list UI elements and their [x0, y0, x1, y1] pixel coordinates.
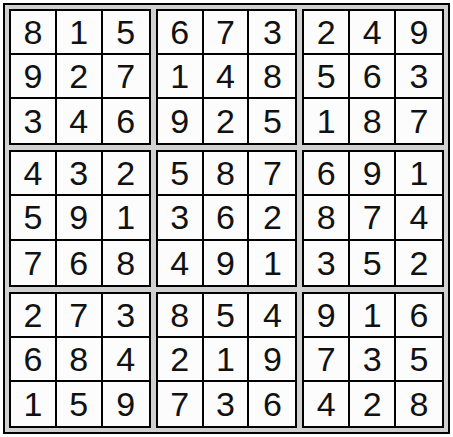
cell-digit: 9: [410, 15, 429, 49]
cell-r2c5[interactable]: 4: [204, 55, 250, 99]
cell-r2c6[interactable]: 8: [249, 55, 295, 99]
cell-r8c7[interactable]: 7: [304, 338, 350, 382]
cell-r6c4[interactable]: 4: [158, 241, 204, 285]
cell-r9c1[interactable]: 1: [11, 382, 57, 426]
cell-r6c9[interactable]: 2: [396, 241, 442, 285]
cell-digit: 3: [410, 59, 429, 93]
cell-r7c1[interactable]: 2: [11, 294, 57, 338]
cell-r5c7[interactable]: 8: [304, 196, 350, 240]
cell-digit: 1: [116, 200, 135, 234]
cell-digit: 8: [170, 298, 189, 332]
cell-r4c1[interactable]: 4: [11, 152, 57, 196]
cell-r9c2[interactable]: 5: [57, 382, 103, 426]
cell-r9c4[interactable]: 7: [158, 382, 204, 426]
cell-digit: 3: [23, 104, 42, 138]
cell-r7c9[interactable]: 6: [396, 294, 442, 338]
sudoku-box-1-0: 432591768: [9, 150, 151, 286]
cell-digit: 7: [216, 15, 235, 49]
cell-r8c8[interactable]: 3: [350, 338, 396, 382]
cell-digit: 1: [23, 387, 42, 421]
cell-r8c3[interactable]: 4: [103, 338, 149, 382]
cell-digit: 3: [317, 246, 336, 280]
cell-digit: 8: [410, 387, 429, 421]
cell-digit: 1: [170, 59, 189, 93]
sudoku-box-1-1: 587362491: [156, 150, 298, 286]
cell-digit: 8: [116, 246, 135, 280]
cell-r3c5[interactable]: 2: [204, 99, 250, 143]
cell-r7c5[interactable]: 5: [204, 294, 250, 338]
cell-digit: 9: [216, 246, 235, 280]
cell-digit: 9: [116, 387, 135, 421]
cell-digit: 4: [363, 15, 382, 49]
cell-digit: 8: [363, 104, 382, 138]
page: 8159273466731489252495631874325917685873…: [0, 0, 453, 437]
cell-r3c1[interactable]: 3: [11, 99, 57, 143]
cell-r8c2[interactable]: 8: [57, 338, 103, 382]
cell-r6c6[interactable]: 1: [249, 241, 295, 285]
cell-r5c4[interactable]: 3: [158, 196, 204, 240]
cell-digit: 5: [410, 342, 429, 376]
cell-r1c7[interactable]: 2: [304, 11, 350, 55]
cell-r6c1[interactable]: 7: [11, 241, 57, 285]
cell-digit: 7: [263, 156, 282, 190]
cell-r3c2[interactable]: 4: [57, 99, 103, 143]
cell-digit: 7: [170, 387, 189, 421]
cell-digit: 5: [317, 59, 336, 93]
cell-r3c8[interactable]: 8: [350, 99, 396, 143]
cell-digit: 6: [410, 298, 429, 332]
sudoku-board: 8159273466731489252495631874325917685873…: [3, 3, 450, 434]
sudoku-box-2-0: 273684159: [9, 292, 151, 428]
cell-r6c7[interactable]: 3: [304, 241, 350, 285]
cell-digit: 2: [216, 104, 235, 138]
cell-digit: 3: [263, 15, 282, 49]
cell-digit: 3: [216, 387, 235, 421]
cell-r7c7[interactable]: 9: [304, 294, 350, 338]
cell-digit: 7: [23, 246, 42, 280]
cell-r1c4[interactable]: 6: [158, 11, 204, 55]
cell-digit: 6: [363, 59, 382, 93]
cell-digit: 8: [23, 15, 42, 49]
cell-r5c2[interactable]: 9: [57, 196, 103, 240]
cell-r9c3[interactable]: 9: [103, 382, 149, 426]
cell-digit: 9: [317, 298, 336, 332]
cell-r4c7[interactable]: 6: [304, 152, 350, 196]
cell-r8c9[interactable]: 5: [396, 338, 442, 382]
cell-r4c6[interactable]: 7: [249, 152, 295, 196]
cell-digit: 1: [410, 156, 429, 190]
sudoku-box-0-0: 815927346: [9, 9, 151, 145]
cell-digit: 3: [363, 342, 382, 376]
cell-digit: 2: [263, 200, 282, 234]
cell-digit: 1: [317, 104, 336, 138]
cell-r2c9[interactable]: 3: [396, 55, 442, 99]
sudoku-box-2-1: 854219736: [156, 292, 298, 428]
cell-digit: 6: [69, 246, 88, 280]
cell-r2c4[interactable]: 1: [158, 55, 204, 99]
cell-r7c3[interactable]: 3: [103, 294, 149, 338]
cell-digit: 7: [116, 59, 135, 93]
sudoku-box-0-2: 249563187: [302, 9, 444, 145]
cell-digit: 5: [23, 200, 42, 234]
cell-r5c1[interactable]: 5: [11, 196, 57, 240]
cell-digit: 4: [69, 104, 88, 138]
cell-r4c5[interactable]: 8: [204, 152, 250, 196]
cell-digit: 9: [363, 156, 382, 190]
cell-digit: 5: [116, 15, 135, 49]
cell-digit: 6: [263, 387, 282, 421]
cell-r2c1[interactable]: 9: [11, 55, 57, 99]
cell-digit: 5: [216, 298, 235, 332]
cell-digit: 4: [23, 156, 42, 190]
cell-digit: 2: [317, 15, 336, 49]
cell-r4c9[interactable]: 1: [396, 152, 442, 196]
cell-r9c8[interactable]: 2: [350, 382, 396, 426]
cell-r2c3[interactable]: 7: [103, 55, 149, 99]
cell-digit: 4: [263, 298, 282, 332]
cell-r3c7[interactable]: 1: [304, 99, 350, 143]
cell-digit: 7: [363, 200, 382, 234]
cell-digit: 1: [263, 246, 282, 280]
cell-digit: 5: [69, 387, 88, 421]
cell-r4c2[interactable]: 3: [57, 152, 103, 196]
cell-r8c1[interactable]: 6: [11, 338, 57, 382]
cell-r2c7[interactable]: 5: [304, 55, 350, 99]
cell-digit: 2: [410, 246, 429, 280]
cell-digit: 4: [216, 59, 235, 93]
cell-r3c3[interactable]: 6: [103, 99, 149, 143]
sudoku-box-2-2: 916735428: [302, 292, 444, 428]
cell-r6c8[interactable]: 5: [350, 241, 396, 285]
cell-digit: 3: [69, 156, 88, 190]
cell-r7c4[interactable]: 8: [158, 294, 204, 338]
cell-digit: 3: [116, 298, 135, 332]
cell-r6c2[interactable]: 6: [57, 241, 103, 285]
cell-digit: 5: [363, 246, 382, 280]
cell-digit: 4: [116, 342, 135, 376]
cell-r7c6[interactable]: 4: [249, 294, 295, 338]
cell-digit: 2: [69, 59, 88, 93]
cell-digit: 2: [23, 298, 42, 332]
cell-digit: 1: [69, 15, 88, 49]
cell-digit: 4: [317, 387, 336, 421]
cell-digit: 2: [116, 156, 135, 190]
cell-r4c3[interactable]: 2: [103, 152, 149, 196]
cell-digit: 4: [170, 246, 189, 280]
cell-r4c4[interactable]: 5: [158, 152, 204, 196]
cell-digit: 5: [170, 156, 189, 190]
cell-digit: 6: [116, 104, 135, 138]
cell-r7c2[interactable]: 7: [57, 294, 103, 338]
cell-digit: 7: [317, 342, 336, 376]
cell-digit: 6: [216, 200, 235, 234]
cell-digit: 8: [216, 156, 235, 190]
cell-r1c6[interactable]: 3: [249, 11, 295, 55]
cell-digit: 9: [23, 59, 42, 93]
sudoku-box-1-2: 691874352: [302, 150, 444, 286]
cell-r8c6[interactable]: 9: [249, 338, 295, 382]
cell-r9c7[interactable]: 4: [304, 382, 350, 426]
cell-digit: 4: [410, 200, 429, 234]
sudoku-box-0-1: 673148925: [156, 9, 298, 145]
cell-digit: 9: [170, 104, 189, 138]
cell-digit: 8: [69, 342, 88, 376]
cell-digit: 3: [170, 200, 189, 234]
cell-r6c3[interactable]: 8: [103, 241, 149, 285]
cell-r8c5[interactable]: 1: [204, 338, 250, 382]
cell-r7c8[interactable]: 1: [350, 294, 396, 338]
cell-r2c8[interactable]: 6: [350, 55, 396, 99]
cell-digit: 8: [317, 200, 336, 234]
cell-r5c9[interactable]: 4: [396, 196, 442, 240]
cell-digit: 5: [263, 104, 282, 138]
cell-r1c3[interactable]: 5: [103, 11, 149, 55]
cell-digit: 9: [69, 200, 88, 234]
cell-digit: 7: [69, 298, 88, 332]
cell-digit: 2: [363, 387, 382, 421]
cell-digit: 6: [170, 15, 189, 49]
cell-r2c2[interactable]: 2: [57, 55, 103, 99]
cell-r9c6[interactable]: 6: [249, 382, 295, 426]
cell-r1c1[interactable]: 8: [11, 11, 57, 55]
cell-r1c5[interactable]: 7: [204, 11, 250, 55]
cell-digit: 6: [317, 156, 336, 190]
cell-digit: 7: [410, 104, 429, 138]
cell-r3c6[interactable]: 5: [249, 99, 295, 143]
cell-r6c5[interactable]: 9: [204, 241, 250, 285]
cell-r1c8[interactable]: 4: [350, 11, 396, 55]
cell-r1c9[interactable]: 9: [396, 11, 442, 55]
cell-digit: 2: [170, 342, 189, 376]
cell-r5c3[interactable]: 1: [103, 196, 149, 240]
cell-r5c8[interactable]: 7: [350, 196, 396, 240]
cell-r5c5[interactable]: 6: [204, 196, 250, 240]
cell-r4c8[interactable]: 9: [350, 152, 396, 196]
cell-digit: 9: [263, 342, 282, 376]
cell-r5c6[interactable]: 2: [249, 196, 295, 240]
cell-digit: 6: [23, 342, 42, 376]
cell-r1c2[interactable]: 1: [57, 11, 103, 55]
cell-r8c4[interactable]: 2: [158, 338, 204, 382]
cell-r3c4[interactable]: 9: [158, 99, 204, 143]
cell-r9c5[interactable]: 3: [204, 382, 250, 426]
cell-digit: 8: [263, 59, 282, 93]
cell-r3c9[interactable]: 7: [396, 99, 442, 143]
cell-r9c9[interactable]: 8: [396, 382, 442, 426]
cell-digit: 1: [216, 342, 235, 376]
cell-digit: 1: [363, 298, 382, 332]
